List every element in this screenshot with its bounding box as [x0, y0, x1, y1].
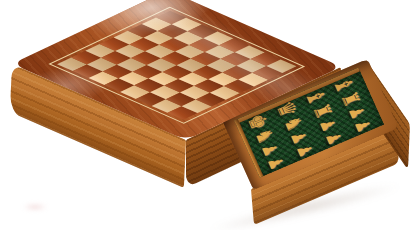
product-photo-chess-set: ♚♛♝♝♞♞♜♜♟♟♟♟♟♟♟♟	[0, 0, 416, 230]
background-smudge	[22, 203, 48, 211]
